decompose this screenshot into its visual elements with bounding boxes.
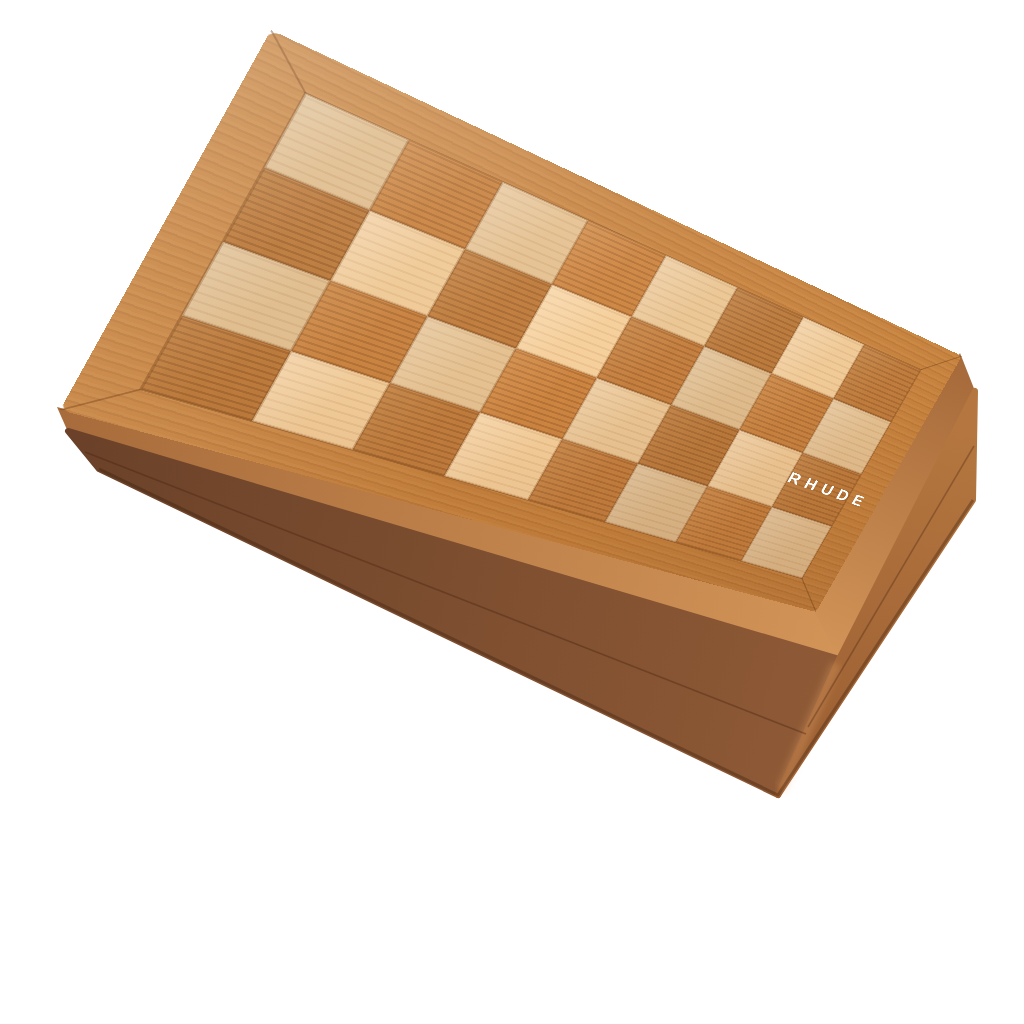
product-photo: RHUDE <box>0 0 1024 1024</box>
